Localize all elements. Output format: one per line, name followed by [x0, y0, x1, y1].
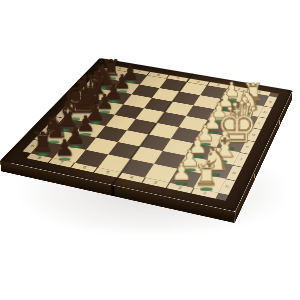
brass-latch	[254, 172, 255, 180]
fold-gap	[111, 185, 115, 197]
chess-set-photo: 87654321 87654321 abcdefgh abcdefgh ♜♞♝♛…	[0, 0, 300, 300]
brass-latch	[279, 119, 280, 126]
